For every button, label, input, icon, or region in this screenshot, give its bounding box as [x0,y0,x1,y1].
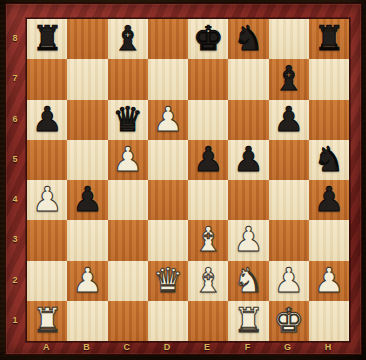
square-e8[interactable]: ♚ [188,19,228,59]
square-d8[interactable] [148,19,188,59]
square-b3[interactable] [67,220,107,260]
white-king-g1[interactable]: ♚ [273,303,303,337]
black-pawn-b4[interactable]: ♟ [72,182,102,216]
square-c3[interactable] [108,220,148,260]
white-bishop-e3[interactable]: ♝ [193,222,223,256]
file-label-G: G [268,341,308,353]
chess-app-window: 87654321 ♜♝♚♞♜♝♟♛♟♟♟♟♟♞♟♟♟♝♟♟♛♝♞♟♟♜♜♚ AB… [0,0,366,360]
square-g7[interactable]: ♝ [269,59,309,99]
file-label-E: E [187,341,227,353]
rank-label-5: 5 [5,139,25,179]
square-a3[interactable] [27,220,67,260]
rank-label-4: 4 [5,179,25,219]
square-a6[interactable]: ♟ [27,100,67,140]
square-e3[interactable]: ♝ [188,220,228,260]
square-h3[interactable] [309,220,349,260]
square-c5[interactable]: ♟ [108,140,148,180]
square-c4[interactable] [108,180,148,220]
square-h2[interactable]: ♟ [309,261,349,301]
square-e4[interactable] [188,180,228,220]
square-c1[interactable] [108,301,148,341]
rank-label-3: 3 [5,219,25,259]
file-label-F: F [227,341,267,353]
square-c2[interactable] [108,261,148,301]
square-d1[interactable] [148,301,188,341]
square-h4[interactable]: ♟ [309,180,349,220]
square-d4[interactable] [148,180,188,220]
square-g3[interactable] [269,220,309,260]
black-rook-h8[interactable]: ♜ [314,21,344,55]
white-pawn-h2[interactable]: ♟ [314,263,344,297]
file-label-D: D [147,341,187,353]
white-pawn-b2[interactable]: ♟ [72,263,102,297]
square-g4[interactable] [269,180,309,220]
black-bishop-g7[interactable]: ♝ [273,61,303,95]
square-e1[interactable] [188,301,228,341]
square-h6[interactable] [309,100,349,140]
square-g6[interactable]: ♟ [269,100,309,140]
square-d2[interactable]: ♛ [148,261,188,301]
square-e6[interactable] [188,100,228,140]
square-b6[interactable] [67,100,107,140]
square-f7[interactable] [228,59,268,99]
black-bishop-c8[interactable]: ♝ [112,21,142,55]
square-b8[interactable] [67,19,107,59]
file-label-A: A [26,341,66,353]
square-b7[interactable] [67,59,107,99]
white-pawn-f3[interactable]: ♟ [233,222,263,256]
square-e5[interactable]: ♟ [188,140,228,180]
white-pawn-g2[interactable]: ♟ [273,263,303,297]
square-g2[interactable]: ♟ [269,261,309,301]
black-pawn-h4[interactable]: ♟ [314,182,344,216]
white-bishop-e2[interactable]: ♝ [193,263,223,297]
square-b4[interactable]: ♟ [67,180,107,220]
square-a7[interactable] [27,59,67,99]
black-queen-c6[interactable]: ♛ [112,102,142,136]
square-a8[interactable]: ♜ [27,19,67,59]
square-a1[interactable]: ♜ [27,301,67,341]
square-c6[interactable]: ♛ [108,100,148,140]
black-pawn-e5[interactable]: ♟ [193,142,223,176]
white-rook-f1[interactable]: ♜ [233,303,263,337]
file-labels: ABCDEFGH [26,341,348,353]
white-knight-f2[interactable]: ♞ [233,263,263,297]
square-d5[interactable] [148,140,188,180]
white-pawn-c5[interactable]: ♟ [112,142,142,176]
square-d6[interactable]: ♟ [148,100,188,140]
white-queen-d2[interactable]: ♛ [153,263,183,297]
square-g8[interactable] [269,19,309,59]
white-rook-a1[interactable]: ♜ [32,303,62,337]
square-d3[interactable] [148,220,188,260]
black-pawn-f5[interactable]: ♟ [233,142,263,176]
white-pawn-a4[interactable]: ♟ [32,182,62,216]
rank-labels: 87654321 [5,18,25,340]
square-h8[interactable]: ♜ [309,19,349,59]
square-c8[interactable]: ♝ [108,19,148,59]
file-label-H: H [308,341,348,353]
white-pawn-d6[interactable]: ♟ [153,102,183,136]
black-knight-h5[interactable]: ♞ [314,142,344,176]
file-label-C: C [107,341,147,353]
square-f4[interactable] [228,180,268,220]
rank-label-2: 2 [5,260,25,300]
black-pawn-a6[interactable]: ♟ [32,102,62,136]
square-f8[interactable]: ♞ [228,19,268,59]
square-b2[interactable]: ♟ [67,261,107,301]
square-g1[interactable]: ♚ [269,301,309,341]
rank-label-6: 6 [5,99,25,139]
black-pawn-g6[interactable]: ♟ [273,102,303,136]
file-label-B: B [66,341,106,353]
square-f2[interactable]: ♞ [228,261,268,301]
square-f5[interactable]: ♟ [228,140,268,180]
black-rook-a8[interactable]: ♜ [32,21,62,55]
square-c7[interactable] [108,59,148,99]
black-knight-f8[interactable]: ♞ [233,21,263,55]
square-f3[interactable]: ♟ [228,220,268,260]
square-h7[interactable] [309,59,349,99]
square-g5[interactable] [269,140,309,180]
square-f6[interactable] [228,100,268,140]
rank-label-8: 8 [5,18,25,58]
square-e7[interactable] [188,59,228,99]
square-f1[interactable]: ♜ [228,301,268,341]
square-e2[interactable]: ♝ [188,261,228,301]
rank-label-1: 1 [5,300,25,340]
square-d7[interactable] [148,59,188,99]
square-a2[interactable] [27,261,67,301]
square-a5[interactable] [27,140,67,180]
black-king-e8[interactable]: ♚ [193,21,223,55]
square-a4[interactable]: ♟ [27,180,67,220]
chess-board[interactable]: ♜♝♚♞♜♝♟♛♟♟♟♟♟♞♟♟♟♝♟♟♛♝♞♟♟♜♜♚ [26,18,350,342]
square-b5[interactable] [67,140,107,180]
square-b1[interactable] [67,301,107,341]
square-h5[interactable]: ♞ [309,140,349,180]
square-h1[interactable] [309,301,349,341]
rank-label-7: 7 [5,58,25,98]
